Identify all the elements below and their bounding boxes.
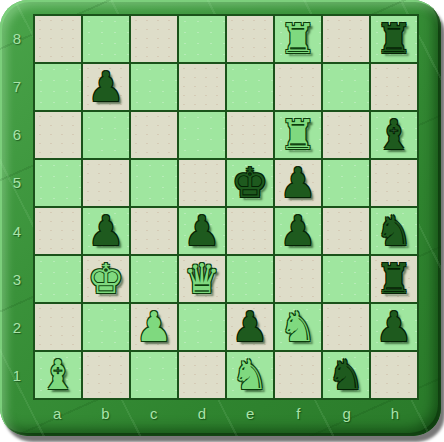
- square-g7[interactable]: [323, 64, 369, 110]
- piece-black-rook[interactable]: ♜: [376, 257, 413, 301]
- square-d3[interactable]: ♛: [179, 256, 225, 302]
- square-f6[interactable]: ♜: [275, 112, 321, 158]
- square-f5[interactable]: ♟: [275, 160, 321, 206]
- square-a5[interactable]: [35, 160, 81, 206]
- square-a7[interactable]: [35, 64, 81, 110]
- square-a8[interactable]: [35, 16, 81, 62]
- square-h1[interactable]: [371, 352, 417, 398]
- piece-black-knight[interactable]: ♞: [376, 209, 413, 253]
- square-h2[interactable]: ♟: [371, 304, 417, 350]
- square-e4[interactable]: [227, 208, 273, 254]
- piece-black-bishop[interactable]: ♝: [376, 113, 413, 157]
- file-label-e: e: [226, 401, 274, 425]
- rank-label-1: 1: [6, 352, 28, 400]
- square-e8[interactable]: [227, 16, 273, 62]
- piece-white-rook[interactable]: ♜: [280, 113, 317, 157]
- square-f7[interactable]: [275, 64, 321, 110]
- piece-black-rook[interactable]: ♜: [376, 17, 413, 61]
- file-label-c: c: [130, 401, 178, 425]
- file-label-d: d: [178, 401, 226, 425]
- square-h6[interactable]: ♝: [371, 112, 417, 158]
- square-b2[interactable]: [83, 304, 129, 350]
- rank-label-8: 8: [6, 14, 28, 62]
- square-h3[interactable]: ♜: [371, 256, 417, 302]
- file-label-g: g: [323, 401, 371, 425]
- piece-black-pawn[interactable]: ♟: [376, 305, 413, 349]
- square-h5[interactable]: [371, 160, 417, 206]
- piece-white-bishop[interactable]: ♝: [40, 353, 77, 397]
- piece-black-pawn[interactable]: ♟: [88, 209, 125, 253]
- square-e2[interactable]: ♟: [227, 304, 273, 350]
- piece-white-king[interactable]: ♚: [88, 257, 125, 301]
- square-b7[interactable]: ♟: [83, 64, 129, 110]
- piece-white-knight[interactable]: ♞: [280, 305, 317, 349]
- square-g4[interactable]: [323, 208, 369, 254]
- rank-label-5: 5: [6, 159, 28, 207]
- square-h7[interactable]: [371, 64, 417, 110]
- square-e1[interactable]: ♞: [227, 352, 273, 398]
- rank-label-3: 3: [6, 255, 28, 303]
- square-b1[interactable]: [83, 352, 129, 398]
- rank-label-7: 7: [6, 62, 28, 110]
- square-d6[interactable]: [179, 112, 225, 158]
- square-h4[interactable]: ♞: [371, 208, 417, 254]
- square-d5[interactable]: [179, 160, 225, 206]
- rank-label-4: 4: [6, 207, 28, 255]
- square-g2[interactable]: [323, 304, 369, 350]
- square-a4[interactable]: [35, 208, 81, 254]
- square-f8[interactable]: ♜: [275, 16, 321, 62]
- square-d2[interactable]: [179, 304, 225, 350]
- square-g5[interactable]: [323, 160, 369, 206]
- square-g3[interactable]: [323, 256, 369, 302]
- square-a3[interactable]: [35, 256, 81, 302]
- file-label-h: h: [371, 401, 419, 425]
- rank-label-6: 6: [6, 111, 28, 159]
- square-e5[interactable]: ♚: [227, 160, 273, 206]
- square-d1[interactable]: [179, 352, 225, 398]
- file-label-b: b: [81, 401, 129, 425]
- chess-board-window: 87654321 ♜♜♟♜♝♚♟♟♟♟♞♚♛♜♟♟♞♟♝♞♞ abcdefgh: [0, 0, 444, 442]
- square-b3[interactable]: ♚: [83, 256, 129, 302]
- square-c8[interactable]: [131, 16, 177, 62]
- square-f3[interactable]: [275, 256, 321, 302]
- square-a6[interactable]: [35, 112, 81, 158]
- square-a2[interactable]: [35, 304, 81, 350]
- square-c5[interactable]: [131, 160, 177, 206]
- square-b5[interactable]: [83, 160, 129, 206]
- square-e6[interactable]: [227, 112, 273, 158]
- square-b8[interactable]: [83, 16, 129, 62]
- piece-black-pawn[interactable]: ♟: [280, 209, 317, 253]
- square-c4[interactable]: [131, 208, 177, 254]
- square-d8[interactable]: [179, 16, 225, 62]
- square-g6[interactable]: [323, 112, 369, 158]
- square-h8[interactable]: ♜: [371, 16, 417, 62]
- piece-white-rook[interactable]: ♜: [280, 17, 317, 61]
- square-f1[interactable]: [275, 352, 321, 398]
- square-a1[interactable]: ♝: [35, 352, 81, 398]
- square-c3[interactable]: [131, 256, 177, 302]
- square-e3[interactable]: [227, 256, 273, 302]
- piece-black-pawn[interactable]: ♟: [280, 161, 317, 205]
- rank-labels: 87654321: [6, 14, 28, 400]
- piece-white-queen[interactable]: ♛: [184, 257, 221, 301]
- square-b4[interactable]: ♟: [83, 208, 129, 254]
- square-c7[interactable]: [131, 64, 177, 110]
- square-e7[interactable]: [227, 64, 273, 110]
- square-c2[interactable]: ♟: [131, 304, 177, 350]
- chess-board[interactable]: ♜♜♟♜♝♚♟♟♟♟♞♚♛♜♟♟♞♟♝♞♞: [33, 14, 419, 400]
- square-d4[interactable]: ♟: [179, 208, 225, 254]
- square-d7[interactable]: [179, 64, 225, 110]
- square-f4[interactable]: ♟: [275, 208, 321, 254]
- piece-black-pawn[interactable]: ♟: [88, 65, 125, 109]
- file-label-f: f: [274, 401, 322, 425]
- piece-black-pawn[interactable]: ♟: [232, 305, 269, 349]
- square-g8[interactable]: [323, 16, 369, 62]
- square-c6[interactable]: [131, 112, 177, 158]
- piece-white-knight[interactable]: ♞: [232, 353, 269, 397]
- square-c1[interactable]: [131, 352, 177, 398]
- square-f2[interactable]: ♞: [275, 304, 321, 350]
- piece-black-pawn[interactable]: ♟: [184, 209, 221, 253]
- piece-black-knight[interactable]: ♞: [328, 353, 365, 397]
- rank-label-2: 2: [6, 304, 28, 352]
- square-b6[interactable]: [83, 112, 129, 158]
- file-label-a: a: [33, 401, 81, 425]
- square-g1[interactable]: ♞: [323, 352, 369, 398]
- file-labels: abcdefgh: [33, 401, 419, 425]
- piece-white-pawn[interactable]: ♟: [136, 305, 173, 349]
- piece-black-king[interactable]: ♚: [232, 161, 269, 205]
